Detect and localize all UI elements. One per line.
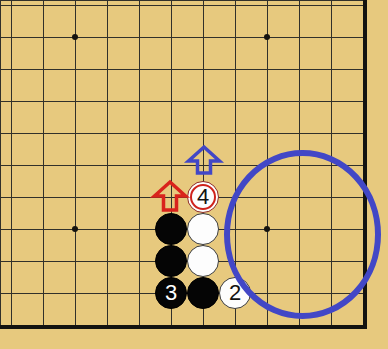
stone-N2-black[interactable]: 3 [155,277,187,309]
go-board[interactable]: 342 [0,0,367,329]
move-number-label: 4 [197,186,209,208]
go-board-diagram: 342 [0,0,388,349]
stone-N4-black[interactable] [155,213,187,245]
star-point-Q4 [264,226,270,232]
star-point-Q10 [264,34,270,40]
move-number-label: 3 [165,282,177,304]
move-number-label: 2 [229,282,241,304]
stone-P2-white[interactable]: 2 [219,277,251,309]
stone-O5-white[interactable]: 4 [187,181,219,213]
stone-O3-white[interactable] [187,245,219,277]
stone-N3-black[interactable] [155,245,187,277]
stone-O4-white[interactable] [187,213,219,245]
stone-O2-black[interactable] [187,277,219,309]
star-point-K4 [72,226,78,232]
star-point-K10 [72,34,78,40]
